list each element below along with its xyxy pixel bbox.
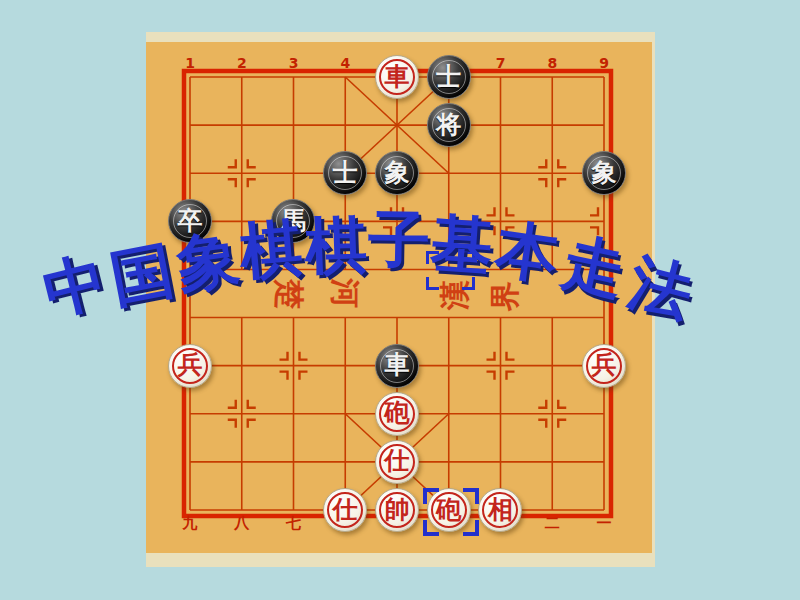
piece-red-general[interactable]: 帥 bbox=[375, 488, 419, 532]
title-char-6: 子 bbox=[367, 197, 430, 282]
blue-bracket-corner bbox=[423, 520, 439, 536]
piece-red-advisor[interactable]: 仕 bbox=[323, 488, 367, 532]
piece-black-advisor[interactable]: 士 bbox=[323, 151, 367, 195]
piece-glyph: 将 bbox=[436, 112, 461, 137]
blue-bracket-corner bbox=[423, 488, 439, 504]
piece-glyph: 車 bbox=[384, 352, 409, 377]
piece-glyph: 砲 bbox=[436, 497, 461, 522]
blue-bracket-corner bbox=[463, 488, 479, 504]
piece-glyph: 砲 bbox=[384, 400, 409, 425]
title-char-8: 本 bbox=[490, 206, 563, 298]
piece-black-elephant[interactable]: 象 bbox=[582, 151, 626, 195]
title-char-7: 基 bbox=[428, 201, 496, 289]
piece-glyph: 仕 bbox=[384, 448, 409, 473]
title-char-3: 象 bbox=[171, 216, 244, 308]
piece-red-advisor[interactable]: 仕 bbox=[375, 440, 419, 484]
piece-glyph: 士 bbox=[333, 160, 358, 185]
piece-black-elephant[interactable]: 象 bbox=[375, 151, 419, 195]
piece-glyph: 仕 bbox=[333, 497, 358, 522]
piece-red-cannon[interactable]: 砲 bbox=[375, 392, 419, 436]
piece-red-soldier[interactable]: 兵 bbox=[582, 344, 626, 388]
piece-black-general[interactable]: 将 bbox=[427, 103, 471, 147]
piece-glyph: 相 bbox=[488, 497, 513, 522]
blue-bracket-corner bbox=[463, 520, 479, 536]
piece-black-advisor[interactable]: 士 bbox=[427, 55, 471, 99]
piece-glyph: 兵 bbox=[591, 352, 616, 377]
piece-glyph: 象 bbox=[384, 160, 409, 185]
piece-glyph: 車 bbox=[384, 64, 409, 89]
piece-glyph: 帥 bbox=[384, 497, 409, 522]
piece-glyph: 象 bbox=[591, 160, 616, 185]
title-char-4: 棋 bbox=[236, 205, 305, 294]
piece-red-soldier[interactable]: 兵 bbox=[168, 344, 212, 388]
piece-glyph: 兵 bbox=[177, 352, 202, 377]
piece-red-chariot[interactable]: 車 bbox=[375, 55, 419, 99]
piece-glyph: 士 bbox=[436, 64, 461, 89]
slide-background: 123456789 九八七六五四三二一 楚河漢界 車士将士象象卒馬兵車兵砲仕仕帥… bbox=[0, 0, 800, 600]
piece-red-elephant[interactable]: 相 bbox=[478, 488, 522, 532]
piece-black-chariot[interactable]: 車 bbox=[375, 344, 419, 388]
title-char-5: 棋 bbox=[304, 203, 369, 289]
